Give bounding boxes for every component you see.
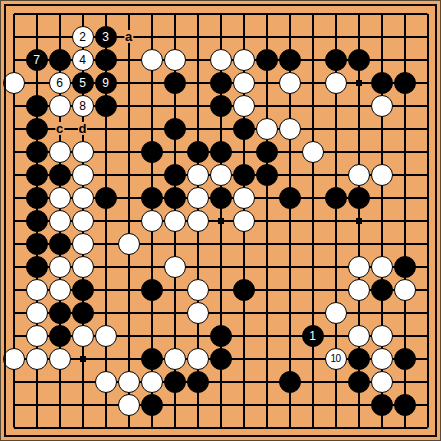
board-intersection[interactable] [209, 255, 232, 278]
board-intersection[interactable] [416, 48, 439, 71]
board-intersection[interactable] [301, 48, 324, 71]
board-intersection[interactable] [71, 278, 94, 301]
board-intersection[interactable] [209, 370, 232, 393]
board-intersection[interactable] [94, 232, 117, 255]
board-intersection[interactable]: c [48, 117, 71, 140]
board-intersection[interactable] [117, 163, 140, 186]
board-intersection[interactable] [163, 301, 186, 324]
board-intersection[interactable] [186, 140, 209, 163]
board-intersection[interactable] [301, 163, 324, 186]
board-intersection[interactable] [209, 393, 232, 416]
board-intersection[interactable] [347, 94, 370, 117]
board-intersection[interactable] [94, 2, 117, 25]
board-intersection[interactable] [25, 347, 48, 370]
board-intersection[interactable] [186, 25, 209, 48]
board-intersection[interactable] [163, 48, 186, 71]
board-intersection[interactable] [71, 324, 94, 347]
board-intersection[interactable] [186, 255, 209, 278]
board-intersection[interactable] [347, 255, 370, 278]
board-intersection[interactable] [232, 255, 255, 278]
board-intersection[interactable] [255, 370, 278, 393]
board-intersection[interactable] [94, 255, 117, 278]
board-intersection[interactable]: 8 [71, 94, 94, 117]
board-intersection[interactable] [232, 370, 255, 393]
board-intersection[interactable] [163, 370, 186, 393]
board-intersection[interactable] [370, 347, 393, 370]
board-intersection[interactable] [209, 232, 232, 255]
board-intersection[interactable] [232, 48, 255, 71]
board-intersection[interactable] [416, 25, 439, 48]
board-intersection[interactable] [48, 255, 71, 278]
board-intersection[interactable] [117, 2, 140, 25]
board-intersection[interactable] [48, 25, 71, 48]
board-intersection[interactable] [48, 416, 71, 439]
board-intersection[interactable] [393, 140, 416, 163]
board-intersection[interactable] [347, 163, 370, 186]
board-intersection[interactable] [117, 370, 140, 393]
board-intersection[interactable] [278, 232, 301, 255]
board-intersection[interactable] [71, 347, 94, 370]
board-intersection[interactable] [94, 393, 117, 416]
board-intersection[interactable] [301, 2, 324, 25]
board-intersection[interactable] [186, 416, 209, 439]
board-intersection[interactable] [94, 278, 117, 301]
board-intersection[interactable] [71, 232, 94, 255]
board-intersection[interactable] [94, 370, 117, 393]
board-intersection[interactable] [186, 94, 209, 117]
board-intersection[interactable] [370, 232, 393, 255]
board-intersection[interactable]: 3 [94, 25, 117, 48]
board-intersection[interactable] [140, 301, 163, 324]
board-intersection[interactable] [255, 163, 278, 186]
board-intersection[interactable]: 10 [324, 347, 347, 370]
board-intersection[interactable] [209, 301, 232, 324]
board-intersection[interactable]: 7 [25, 48, 48, 71]
board-intersection[interactable] [186, 117, 209, 140]
board-intersection[interactable] [163, 209, 186, 232]
board-intersection[interactable] [255, 324, 278, 347]
board-intersection[interactable] [209, 94, 232, 117]
board-intersection[interactable] [347, 278, 370, 301]
board-intersection[interactable] [255, 393, 278, 416]
board-intersection[interactable] [2, 163, 25, 186]
board-intersection[interactable] [140, 416, 163, 439]
board-intersection[interactable] [94, 163, 117, 186]
board-intersection[interactable] [370, 416, 393, 439]
board-intersection[interactable] [370, 163, 393, 186]
board-intersection[interactable] [2, 324, 25, 347]
board-intersection[interactable] [370, 117, 393, 140]
board-intersection[interactable] [370, 94, 393, 117]
board-intersection[interactable] [324, 370, 347, 393]
board-intersection[interactable] [301, 393, 324, 416]
board-intersection[interactable] [71, 209, 94, 232]
board-intersection[interactable] [94, 48, 117, 71]
board-intersection[interactable] [278, 186, 301, 209]
board-intersection[interactable] [209, 347, 232, 370]
board-intersection[interactable] [393, 163, 416, 186]
board-intersection[interactable] [393, 301, 416, 324]
board-intersection[interactable] [71, 393, 94, 416]
board-intersection[interactable] [301, 186, 324, 209]
board-intersection[interactable] [347, 232, 370, 255]
board-intersection[interactable] [416, 278, 439, 301]
board-intersection[interactable] [370, 71, 393, 94]
board-intersection[interactable] [255, 255, 278, 278]
board-intersection[interactable] [117, 393, 140, 416]
board-intersection[interactable] [416, 347, 439, 370]
board-intersection[interactable] [347, 324, 370, 347]
board-intersection[interactable] [255, 301, 278, 324]
board-intersection[interactable] [278, 393, 301, 416]
board-intersection[interactable] [25, 163, 48, 186]
board-intersection[interactable] [416, 393, 439, 416]
board-intersection[interactable] [324, 186, 347, 209]
board-intersection[interactable] [209, 25, 232, 48]
board-intersection[interactable] [71, 140, 94, 163]
board-intersection[interactable] [255, 278, 278, 301]
board-intersection[interactable] [370, 278, 393, 301]
board-intersection[interactable] [370, 2, 393, 25]
board-intersection[interactable] [71, 2, 94, 25]
board-intersection[interactable] [324, 301, 347, 324]
board-intersection[interactable] [25, 117, 48, 140]
board-intersection[interactable] [393, 209, 416, 232]
board-intersection[interactable] [163, 186, 186, 209]
board-intersection[interactable] [324, 2, 347, 25]
board-intersection[interactable] [347, 393, 370, 416]
board-intersection[interactable] [347, 140, 370, 163]
board-intersection[interactable] [232, 416, 255, 439]
board-intersection[interactable] [2, 370, 25, 393]
board-intersection[interactable] [370, 186, 393, 209]
board-intersection[interactable] [301, 255, 324, 278]
board-intersection[interactable] [324, 140, 347, 163]
board-intersection[interactable] [301, 94, 324, 117]
board-intersection[interactable] [393, 255, 416, 278]
board-intersection[interactable] [416, 94, 439, 117]
board-intersection[interactable] [278, 255, 301, 278]
board-intersection[interactable] [140, 94, 163, 117]
board-intersection[interactable] [48, 347, 71, 370]
board-intersection[interactable] [324, 255, 347, 278]
board-intersection[interactable] [117, 117, 140, 140]
board-intersection[interactable] [370, 370, 393, 393]
board-intersection[interactable] [393, 48, 416, 71]
board-intersection[interactable] [94, 186, 117, 209]
board-intersection[interactable] [416, 140, 439, 163]
board-intersection[interactable] [255, 71, 278, 94]
board-intersection[interactable] [232, 140, 255, 163]
board-intersection[interactable] [393, 324, 416, 347]
board-intersection[interactable] [117, 48, 140, 71]
board-intersection[interactable] [25, 140, 48, 163]
board-intersection[interactable] [324, 117, 347, 140]
board-intersection[interactable] [2, 209, 25, 232]
board-intersection[interactable] [255, 48, 278, 71]
board-intersection[interactable] [25, 2, 48, 25]
board-intersection[interactable] [416, 370, 439, 393]
board-intersection[interactable] [25, 232, 48, 255]
board-intersection[interactable] [278, 324, 301, 347]
board-intersection[interactable] [393, 25, 416, 48]
board-intersection[interactable] [347, 416, 370, 439]
board-intersection[interactable] [393, 347, 416, 370]
board-intersection[interactable] [163, 347, 186, 370]
board-intersection[interactable] [416, 255, 439, 278]
board-intersection[interactable] [117, 186, 140, 209]
board-intersection[interactable] [347, 2, 370, 25]
board-intersection[interactable] [278, 209, 301, 232]
board-intersection[interactable] [232, 117, 255, 140]
board-intersection[interactable] [186, 301, 209, 324]
board-intersection[interactable] [370, 140, 393, 163]
board-intersection[interactable] [324, 163, 347, 186]
board-intersection[interactable] [393, 416, 416, 439]
board-intersection[interactable] [370, 255, 393, 278]
board-intersection[interactable] [117, 209, 140, 232]
board-intersection[interactable] [25, 278, 48, 301]
board-intersection[interactable] [94, 324, 117, 347]
board-intersection[interactable] [370, 393, 393, 416]
board-intersection[interactable]: 2 [71, 25, 94, 48]
board-intersection[interactable] [347, 370, 370, 393]
board-intersection[interactable] [2, 186, 25, 209]
board-intersection[interactable] [163, 278, 186, 301]
board-intersection[interactable] [186, 2, 209, 25]
board-intersection[interactable] [163, 94, 186, 117]
board-intersection[interactable] [232, 25, 255, 48]
board-intersection[interactable] [163, 140, 186, 163]
board-intersection[interactable] [393, 393, 416, 416]
board-intersection[interactable] [186, 370, 209, 393]
board-intersection[interactable] [301, 301, 324, 324]
board-intersection[interactable] [140, 370, 163, 393]
board-intersection[interactable] [140, 2, 163, 25]
board-intersection[interactable] [94, 140, 117, 163]
board-intersection[interactable] [278, 370, 301, 393]
board-intersection[interactable] [2, 140, 25, 163]
board-intersection[interactable] [94, 209, 117, 232]
board-intersection[interactable] [416, 232, 439, 255]
board-intersection[interactable] [416, 163, 439, 186]
board-intersection[interactable] [186, 324, 209, 347]
board-intersection[interactable]: 9 [94, 71, 117, 94]
board-intersection[interactable] [209, 117, 232, 140]
board-intersection[interactable] [232, 209, 255, 232]
board-intersection[interactable] [48, 324, 71, 347]
board-intersection[interactable] [117, 301, 140, 324]
board-intersection[interactable] [324, 48, 347, 71]
board-intersection[interactable] [25, 416, 48, 439]
board-intersection[interactable] [416, 71, 439, 94]
board-intersection[interactable] [255, 416, 278, 439]
board-intersection[interactable] [209, 324, 232, 347]
board-intersection[interactable] [25, 71, 48, 94]
board-intersection[interactable] [25, 324, 48, 347]
board-intersection[interactable] [393, 232, 416, 255]
board-intersection[interactable] [324, 209, 347, 232]
board-intersection[interactable] [140, 71, 163, 94]
board-intersection[interactable] [278, 2, 301, 25]
board-intersection[interactable] [232, 71, 255, 94]
board-intersection[interactable] [255, 2, 278, 25]
board-intersection[interactable] [186, 393, 209, 416]
board-intersection[interactable] [71, 163, 94, 186]
board-intersection[interactable] [2, 71, 25, 94]
board-intersection[interactable] [347, 117, 370, 140]
board-intersection[interactable] [278, 301, 301, 324]
board-intersection[interactable] [2, 232, 25, 255]
board-intersection[interactable] [140, 324, 163, 347]
board-intersection[interactable] [209, 140, 232, 163]
board-intersection[interactable] [140, 117, 163, 140]
board-intersection[interactable] [347, 301, 370, 324]
board-intersection[interactable] [255, 94, 278, 117]
board-intersection[interactable] [416, 324, 439, 347]
board-intersection[interactable] [94, 301, 117, 324]
board-intersection[interactable] [48, 278, 71, 301]
board-intersection[interactable] [301, 370, 324, 393]
board-intersection[interactable] [278, 48, 301, 71]
board-intersection[interactable] [117, 140, 140, 163]
board-intersection[interactable] [301, 25, 324, 48]
board-intersection[interactable] [163, 232, 186, 255]
board-intersection[interactable] [416, 209, 439, 232]
board-intersection[interactable] [48, 232, 71, 255]
board-intersection[interactable] [48, 48, 71, 71]
board-intersection[interactable] [25, 393, 48, 416]
board-intersection[interactable] [163, 2, 186, 25]
board-intersection[interactable] [301, 209, 324, 232]
board-intersection[interactable] [71, 186, 94, 209]
board-intersection[interactable] [393, 71, 416, 94]
board-intersection[interactable] [48, 393, 71, 416]
board-intersection[interactable] [232, 393, 255, 416]
board-intersection[interactable] [117, 278, 140, 301]
board-intersection[interactable] [347, 186, 370, 209]
board-intersection[interactable] [416, 416, 439, 439]
board-intersection[interactable] [232, 301, 255, 324]
board-intersection[interactable] [48, 301, 71, 324]
board-intersection[interactable] [163, 25, 186, 48]
board-intersection[interactable] [209, 163, 232, 186]
board-intersection[interactable] [140, 140, 163, 163]
board-intersection[interactable] [255, 232, 278, 255]
board-intersection[interactable] [393, 2, 416, 25]
board-intersection[interactable] [393, 370, 416, 393]
board-intersection[interactable] [2, 2, 25, 25]
board-intersection[interactable] [140, 48, 163, 71]
board-intersection[interactable] [232, 2, 255, 25]
board-intersection[interactable] [301, 347, 324, 370]
board-intersection[interactable] [209, 416, 232, 439]
board-intersection[interactable] [232, 94, 255, 117]
board-intersection[interactable] [209, 209, 232, 232]
board-intersection[interactable] [370, 324, 393, 347]
board-intersection[interactable] [48, 370, 71, 393]
board-intersection[interactable] [163, 117, 186, 140]
board-intersection[interactable] [2, 94, 25, 117]
board-intersection[interactable] [71, 370, 94, 393]
board-intersection[interactable] [140, 393, 163, 416]
board-intersection[interactable] [2, 255, 25, 278]
board-intersection[interactable] [71, 416, 94, 439]
board-intersection[interactable] [94, 347, 117, 370]
board-intersection[interactable]: a [117, 25, 140, 48]
board-intersection[interactable]: d [71, 117, 94, 140]
board-intersection[interactable] [278, 71, 301, 94]
board-intersection[interactable] [232, 186, 255, 209]
board-intersection[interactable] [278, 25, 301, 48]
board-intersection[interactable] [255, 140, 278, 163]
board-intersection[interactable] [324, 393, 347, 416]
board-intersection[interactable] [301, 278, 324, 301]
board-intersection[interactable] [163, 416, 186, 439]
board-intersection[interactable] [94, 416, 117, 439]
board-intersection[interactable] [209, 278, 232, 301]
board-intersection[interactable] [370, 25, 393, 48]
board-intersection[interactable] [117, 255, 140, 278]
board-intersection[interactable] [186, 232, 209, 255]
board-intersection[interactable] [301, 117, 324, 140]
board-intersection[interactable] [25, 209, 48, 232]
board-intersection[interactable] [347, 25, 370, 48]
board-intersection[interactable] [117, 232, 140, 255]
board-intersection[interactable] [301, 232, 324, 255]
board-intersection[interactable] [117, 71, 140, 94]
board-intersection[interactable] [48, 140, 71, 163]
board-intersection[interactable] [25, 370, 48, 393]
board-intersection[interactable] [163, 255, 186, 278]
board-intersection[interactable] [163, 163, 186, 186]
board-intersection[interactable] [117, 347, 140, 370]
board-intersection[interactable] [232, 324, 255, 347]
board-intersection[interactable] [48, 186, 71, 209]
board-intersection[interactable] [255, 25, 278, 48]
board-intersection[interactable] [117, 94, 140, 117]
board-intersection[interactable] [301, 416, 324, 439]
board-intersection[interactable] [48, 163, 71, 186]
board-intersection[interactable] [370, 48, 393, 71]
board-intersection[interactable] [324, 278, 347, 301]
board-intersection[interactable] [278, 278, 301, 301]
board-intersection[interactable] [232, 347, 255, 370]
board-intersection[interactable] [255, 117, 278, 140]
board-intersection[interactable] [416, 117, 439, 140]
board-intersection[interactable] [370, 209, 393, 232]
board-intersection[interactable] [324, 71, 347, 94]
board-intersection[interactable] [94, 117, 117, 140]
board-intersection[interactable] [140, 278, 163, 301]
board-intersection[interactable] [186, 209, 209, 232]
board-intersection[interactable] [140, 255, 163, 278]
board-intersection[interactable] [94, 94, 117, 117]
board-intersection[interactable] [140, 163, 163, 186]
board-intersection[interactable] [163, 324, 186, 347]
board-intersection[interactable] [48, 2, 71, 25]
board-intersection[interactable]: 4 [71, 48, 94, 71]
board-intersection[interactable] [255, 209, 278, 232]
board-intersection[interactable] [2, 347, 25, 370]
board-intersection[interactable] [2, 25, 25, 48]
board-intersection[interactable] [324, 232, 347, 255]
board-intersection[interactable]: 5 [71, 71, 94, 94]
board-intersection[interactable] [278, 347, 301, 370]
board-intersection[interactable] [186, 278, 209, 301]
board-intersection[interactable] [2, 278, 25, 301]
board-intersection[interactable] [324, 94, 347, 117]
